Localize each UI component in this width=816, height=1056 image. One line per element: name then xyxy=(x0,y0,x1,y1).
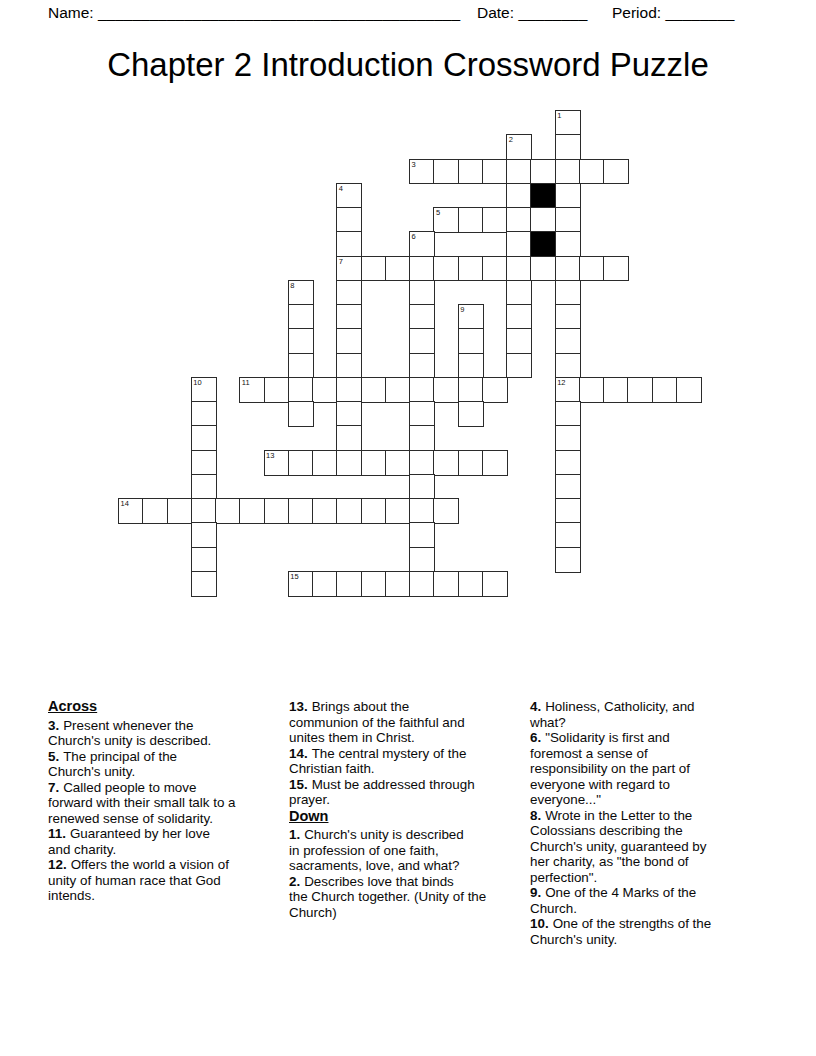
grid-cell xyxy=(458,450,484,476)
grid-cell: 9 xyxy=(458,304,484,330)
grid-cell xyxy=(627,377,653,403)
grid-cell xyxy=(603,159,629,185)
clue-down-8: 8.Wrote in the Letter to the Colossians … xyxy=(530,808,770,886)
grid-cell xyxy=(409,571,435,597)
grid-cell xyxy=(288,377,314,403)
grid-cell xyxy=(482,256,508,282)
period-label: Period: xyxy=(612,4,661,21)
grid-cell xyxy=(409,353,435,379)
grid-cell xyxy=(167,498,193,524)
grid-cell xyxy=(555,328,581,354)
grid-cell xyxy=(530,207,556,233)
grid-cell xyxy=(433,159,459,185)
grid-cell xyxy=(676,377,702,403)
clue-number: 12 xyxy=(557,378,565,387)
clue-number: 6 xyxy=(412,232,416,241)
grid-cell xyxy=(239,498,265,524)
clue-down-10: 10.One of the strengths of the Church's … xyxy=(530,916,770,947)
grid-cell xyxy=(215,498,241,524)
grid-cell xyxy=(506,207,532,233)
grid-cell xyxy=(336,450,362,476)
grid-cell xyxy=(191,547,217,573)
grid-cell: 2 xyxy=(506,134,532,160)
grid-cell xyxy=(336,377,362,403)
grid-cell xyxy=(433,571,459,597)
clue-across-14: 14.The central mystery of the Christian … xyxy=(289,746,529,777)
grid-cell xyxy=(336,401,362,427)
grid-cell xyxy=(458,159,484,185)
grid-cell xyxy=(361,256,387,282)
date-label: Date: xyxy=(477,4,514,21)
grid-cell xyxy=(288,328,314,354)
grid-cell xyxy=(555,280,581,306)
name-label: Name: xyxy=(48,4,94,21)
black-cell xyxy=(530,183,556,209)
grid-cell xyxy=(288,353,314,379)
grid-cell xyxy=(385,571,411,597)
grid-cell xyxy=(482,450,508,476)
grid-cell xyxy=(336,207,362,233)
clue-across-3: 3.Present whenever the Church's unity is… xyxy=(48,718,288,749)
grid-cell xyxy=(312,377,338,403)
grid-cell xyxy=(506,304,532,330)
name-blank-line: ________________________________________… xyxy=(98,4,460,21)
grid-cell xyxy=(530,256,556,282)
grid-cell xyxy=(385,377,411,403)
clue-number: 8 xyxy=(290,281,294,290)
grid-cell xyxy=(482,377,508,403)
grid-cell xyxy=(191,498,217,524)
grid-cell xyxy=(555,256,581,282)
grid-cell xyxy=(555,498,581,524)
grid-cell xyxy=(336,571,362,597)
grid-cell: 6 xyxy=(409,231,435,257)
grid-cell xyxy=(458,256,484,282)
grid-cell xyxy=(458,328,484,354)
clue-number: 2 xyxy=(509,135,513,144)
grid-cell xyxy=(361,377,387,403)
grid-cell xyxy=(288,450,314,476)
grid-cell xyxy=(458,401,484,427)
grid-cell xyxy=(458,353,484,379)
grid-cell xyxy=(603,256,629,282)
grid-cell xyxy=(579,159,605,185)
clue-across-7: 7.Called people to move forward with the… xyxy=(48,780,288,827)
grid-cell xyxy=(288,498,314,524)
grid-cell xyxy=(579,256,605,282)
grid-cell xyxy=(409,522,435,548)
name-field: Name: __________________________________… xyxy=(48,4,460,22)
clue-number: 14 xyxy=(121,499,129,508)
grid-cell xyxy=(409,547,435,573)
date-blank-line: ________ xyxy=(518,4,587,21)
grid-cell xyxy=(482,571,508,597)
black-cell xyxy=(530,231,556,257)
grid-cell xyxy=(385,450,411,476)
grid-cell xyxy=(506,328,532,354)
grid-cell xyxy=(191,474,217,500)
grid-cell xyxy=(409,256,435,282)
grid-cell xyxy=(312,450,338,476)
grid-cell xyxy=(361,571,387,597)
grid-cell xyxy=(336,328,362,354)
grid-cell xyxy=(312,571,338,597)
clue-across-5: 5.The principal of the Church's unity. xyxy=(48,749,288,780)
clue-down-2: 2.Describes love that binds the Church t… xyxy=(289,874,529,921)
grid-cell xyxy=(458,571,484,597)
grid-cell xyxy=(191,425,217,451)
grid-cell xyxy=(506,231,532,257)
grid-cell xyxy=(506,183,532,209)
clue-column-2: 13.Brings about the communion of the fai… xyxy=(289,699,529,920)
clue-across-11: 11.Guaranteed by her love and charity. xyxy=(48,826,288,857)
clue-across-13: 13.Brings about the communion of the fai… xyxy=(289,699,529,746)
clue-number: 1 xyxy=(557,111,561,120)
grid-cell: 7 xyxy=(336,256,362,282)
clue-across-15: 15.Must be addressed through prayer. xyxy=(289,777,529,808)
grid-cell: 3 xyxy=(409,159,435,185)
grid-cell xyxy=(264,498,290,524)
grid-cell xyxy=(555,522,581,548)
grid-cell: 1 xyxy=(555,110,581,136)
grid-cell xyxy=(555,231,581,257)
grid-cell xyxy=(361,498,387,524)
clue-down-6: 6."Solidarity is first and foremost a se… xyxy=(530,730,770,808)
grid-cell xyxy=(433,498,459,524)
period-blank-line: ________ xyxy=(665,4,734,21)
grid-cell xyxy=(264,377,290,403)
grid-cell xyxy=(555,134,581,160)
grid-cell xyxy=(555,425,581,451)
grid-cell xyxy=(555,450,581,476)
grid-cell xyxy=(555,207,581,233)
grid-cell xyxy=(288,304,314,330)
grid-cell xyxy=(336,231,362,257)
grid-cell xyxy=(555,159,581,185)
grid-cell xyxy=(555,353,581,379)
across-header: Across xyxy=(48,699,288,715)
grid-cell xyxy=(336,498,362,524)
grid-cell: 13 xyxy=(264,450,290,476)
grid-cell: 11 xyxy=(239,377,265,403)
grid-cell xyxy=(506,159,532,185)
down-header: Down xyxy=(289,809,529,825)
grid-cell xyxy=(336,425,362,451)
clue-down-4: 4.Holiness, Catholicity, and what? xyxy=(530,699,770,730)
grid-cell xyxy=(312,498,338,524)
grid-cell xyxy=(142,498,168,524)
grid-cell xyxy=(555,474,581,500)
grid-cell xyxy=(409,328,435,354)
worksheet-page: Name: __________________________________… xyxy=(0,0,816,1056)
clue-number: 3 xyxy=(412,160,416,169)
grid-cell xyxy=(409,401,435,427)
grid-cell xyxy=(555,183,581,209)
grid-cell xyxy=(336,304,362,330)
grid-cell xyxy=(506,280,532,306)
grid-cell xyxy=(506,353,532,379)
clue-number: 10 xyxy=(193,378,201,387)
grid-cell: 4 xyxy=(336,183,362,209)
grid-cell xyxy=(409,450,435,476)
grid-cell xyxy=(652,377,678,403)
grid-cell xyxy=(409,425,435,451)
grid-cell xyxy=(555,547,581,573)
grid-cell xyxy=(191,571,217,597)
clue-number: 15 xyxy=(290,572,298,581)
grid-cell xyxy=(482,207,508,233)
clue-down-9: 9.One of the 4 Marks of the Church. xyxy=(530,885,770,916)
clue-number: 9 xyxy=(460,305,464,314)
grid-cell xyxy=(191,450,217,476)
clue-number: 13 xyxy=(266,451,274,460)
grid-cell xyxy=(555,304,581,330)
grid-cell xyxy=(482,159,508,185)
grid-cell xyxy=(191,522,217,548)
clue-number: 5 xyxy=(436,208,440,217)
grid-cell xyxy=(361,450,387,476)
grid-cell xyxy=(336,280,362,306)
grid-cell xyxy=(336,353,362,379)
grid-cell xyxy=(385,498,411,524)
clue-across-12: 12.Offers the world a vision of unity of… xyxy=(48,857,288,904)
clue-number: 4 xyxy=(339,184,343,193)
grid-cell: 8 xyxy=(288,280,314,306)
clue-column-3: 4.Holiness, Catholicity, and what? 6."So… xyxy=(530,699,770,947)
clue-column-1: Across 3.Present whenever the Church's u… xyxy=(48,699,288,904)
grid-cell xyxy=(433,256,459,282)
grid-cell xyxy=(409,280,435,306)
grid-cell xyxy=(530,159,556,185)
grid-cell xyxy=(191,401,217,427)
page-title: Chapter 2 Introduction Crossword Puzzle xyxy=(0,46,816,84)
grid-cell xyxy=(433,450,459,476)
grid-cell xyxy=(458,377,484,403)
grid-cell: 12 xyxy=(555,377,581,403)
clue-number: 7 xyxy=(339,257,343,266)
grid-cell xyxy=(603,377,629,403)
period-field: Period: ________ xyxy=(612,4,734,22)
clue-down-1: 1.Church's unity is described in profess… xyxy=(289,827,529,874)
grid-cell: 15 xyxy=(288,571,314,597)
grid-cell xyxy=(555,401,581,427)
grid-cell: 10 xyxy=(191,377,217,403)
grid-cell xyxy=(458,207,484,233)
grid-cell xyxy=(288,401,314,427)
grid-cell xyxy=(433,377,459,403)
clue-number: 11 xyxy=(242,378,250,387)
grid-cell xyxy=(409,474,435,500)
date-field: Date: ________ xyxy=(477,4,587,22)
grid-cell: 14 xyxy=(118,498,144,524)
grid-cell xyxy=(385,256,411,282)
grid-cell xyxy=(579,377,605,403)
grid-cell: 5 xyxy=(433,207,459,233)
grid-cell xyxy=(409,377,435,403)
grid-cell xyxy=(409,304,435,330)
grid-cell xyxy=(409,498,435,524)
grid-cell xyxy=(506,256,532,282)
